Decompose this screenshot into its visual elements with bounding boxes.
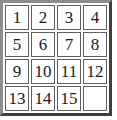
tile-7[interactable]: 7 <box>57 32 81 57</box>
puzzle-board: 123456789101112131415 <box>0 0 112 116</box>
tile-14[interactable]: 14 <box>31 86 55 111</box>
tile-1[interactable]: 1 <box>5 5 29 30</box>
empty-cell <box>83 86 107 111</box>
tile-10[interactable]: 10 <box>31 59 55 84</box>
tile-15[interactable]: 15 <box>57 86 81 111</box>
tile-2[interactable]: 2 <box>31 5 55 30</box>
tile-8[interactable]: 8 <box>83 32 107 57</box>
tile-3[interactable]: 3 <box>57 5 81 30</box>
tile-4[interactable]: 4 <box>83 5 107 30</box>
tile-13[interactable]: 13 <box>5 86 29 111</box>
tile-6[interactable]: 6 <box>31 32 55 57</box>
tile-9[interactable]: 9 <box>5 59 29 84</box>
tile-11[interactable]: 11 <box>57 59 81 84</box>
tile-12[interactable]: 12 <box>83 59 107 84</box>
tile-5[interactable]: 5 <box>5 32 29 57</box>
